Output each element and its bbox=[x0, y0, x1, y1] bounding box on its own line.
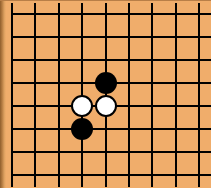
intersection-col5-row3[interactable] bbox=[94, 49, 117, 72]
intersection-col4-row3[interactable] bbox=[70, 49, 93, 72]
intersection-col5-row4[interactable] bbox=[94, 72, 117, 95]
intersection-col6-row5[interactable] bbox=[117, 95, 140, 118]
intersection-col8-row1[interactable] bbox=[164, 3, 187, 26]
intersection-col4-row8[interactable] bbox=[70, 164, 93, 187]
intersection-col7-row4[interactable] bbox=[141, 72, 164, 95]
intersection-col3-row5[interactable] bbox=[47, 95, 70, 118]
intersection-col7-row2[interactable] bbox=[141, 26, 164, 49]
intersection-col4-row1[interactable] bbox=[70, 3, 93, 26]
intersection-col2-row4[interactable] bbox=[24, 72, 47, 95]
intersection-col9-row4[interactable] bbox=[187, 72, 210, 95]
intersection-col2-row1[interactable] bbox=[24, 3, 47, 26]
intersection-col8-row7[interactable] bbox=[164, 141, 187, 164]
intersection-col2-row5[interactable] bbox=[24, 95, 47, 118]
white-stone bbox=[71, 95, 93, 117]
intersection-col7-row7[interactable] bbox=[141, 141, 164, 164]
intersection-col3-row7[interactable] bbox=[47, 141, 70, 164]
intersection-col9-row7[interactable] bbox=[187, 141, 210, 164]
go-board bbox=[0, 3, 211, 187]
intersection-col6-row1[interactable] bbox=[117, 3, 140, 26]
intersection-col6-row4[interactable] bbox=[117, 72, 140, 95]
intersection-col5-row1[interactable] bbox=[94, 3, 117, 26]
intersection-col9-row3[interactable] bbox=[187, 49, 210, 72]
intersection-col8-row2[interactable] bbox=[164, 26, 187, 49]
intersection-col8-row3[interactable] bbox=[164, 49, 187, 72]
intersection-col4-row4[interactable] bbox=[70, 72, 93, 95]
go-diagram bbox=[0, 0, 211, 188]
intersection-col5-row5[interactable] bbox=[94, 95, 117, 118]
intersection-col7-row6[interactable] bbox=[141, 118, 164, 141]
intersection-col9-row2[interactable] bbox=[187, 26, 210, 49]
intersection-col3-row2[interactable] bbox=[47, 26, 70, 49]
intersection-col3-row3[interactable] bbox=[47, 49, 70, 72]
intersection-col9-row8[interactable] bbox=[187, 164, 210, 187]
intersection-col6-row7[interactable] bbox=[117, 141, 140, 164]
intersection-col2-row7[interactable] bbox=[24, 141, 47, 164]
intersection-col5-row2[interactable] bbox=[94, 26, 117, 49]
intersection-col7-row5[interactable] bbox=[141, 95, 164, 118]
intersection-col5-row6[interactable] bbox=[94, 118, 117, 141]
intersection-col7-row8[interactable] bbox=[141, 164, 164, 187]
black-stone bbox=[71, 118, 93, 140]
intersection-col8-row8[interactable] bbox=[164, 164, 187, 187]
intersection-col4-row7[interactable] bbox=[70, 141, 93, 164]
intersection-col8-row4[interactable] bbox=[164, 72, 187, 95]
intersection-col8-row6[interactable] bbox=[164, 118, 187, 141]
intersection-col7-row1[interactable] bbox=[141, 3, 164, 26]
intersection-col7-row3[interactable] bbox=[141, 49, 164, 72]
intersection-col6-row3[interactable] bbox=[117, 49, 140, 72]
intersection-col9-row5[interactable] bbox=[187, 95, 210, 118]
intersection-col4-row6[interactable] bbox=[70, 118, 93, 141]
intersection-col3-row8[interactable] bbox=[47, 164, 70, 187]
intersection-col4-row5[interactable] bbox=[70, 95, 93, 118]
intersection-col2-row8[interactable] bbox=[24, 164, 47, 187]
intersection-col6-row6[interactable] bbox=[117, 118, 140, 141]
intersection-col5-row7[interactable] bbox=[94, 141, 117, 164]
intersection-col2-row2[interactable] bbox=[24, 26, 47, 49]
intersection-col9-row6[interactable] bbox=[187, 118, 210, 141]
intersection-col4-row2[interactable] bbox=[70, 26, 93, 49]
intersection-col9-row1[interactable] bbox=[187, 3, 210, 26]
intersection-col8-row5[interactable] bbox=[164, 95, 187, 118]
intersection-col6-row8[interactable] bbox=[117, 164, 140, 187]
intersection-col2-row3[interactable] bbox=[24, 49, 47, 72]
intersection-col5-row8[interactable] bbox=[94, 164, 117, 187]
intersection-col3-row6[interactable] bbox=[47, 118, 70, 141]
intersection-col3-row1[interactable] bbox=[47, 3, 70, 26]
intersection-col6-row2[interactable] bbox=[117, 26, 140, 49]
board-left-edge-bevel bbox=[0, 1, 6, 188]
intersection-col3-row4[interactable] bbox=[47, 72, 70, 95]
black-stone bbox=[95, 72, 117, 94]
intersection-col2-row6[interactable] bbox=[24, 118, 47, 141]
white-stone bbox=[95, 95, 117, 117]
